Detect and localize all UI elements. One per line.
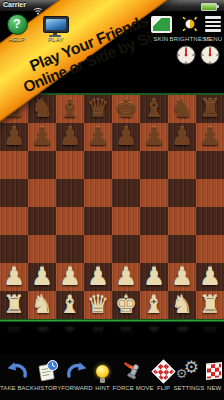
black-bishop[interactable]: ♝ xyxy=(140,95,168,122)
black-queen[interactable]: ♛ xyxy=(84,95,112,122)
square[interactable] xyxy=(168,207,196,235)
white-pawn[interactable]: ♟ xyxy=(28,263,56,290)
flip-label: FLIP xyxy=(157,385,170,391)
square[interactable]: ♚ xyxy=(112,291,140,319)
square[interactable] xyxy=(28,235,56,263)
square[interactable] xyxy=(112,179,140,207)
forward-button[interactable]: FORWARD xyxy=(61,354,92,391)
black-bishop[interactable]: ♝ xyxy=(56,95,84,122)
history-label: HISTORY xyxy=(34,385,61,391)
square[interactable] xyxy=(196,179,224,207)
bottom-toolbar: TAKE BACK HISTORY xyxy=(0,354,224,400)
square[interactable]: ♟ xyxy=(168,263,196,291)
skin-button-label: SKIN xyxy=(154,36,169,42)
square[interactable] xyxy=(112,151,140,179)
brightness-icon xyxy=(180,13,200,35)
chess-app-screen: Carrier Play Your Friends Online or Side… xyxy=(0,0,224,400)
square[interactable]: ♟ xyxy=(28,263,56,291)
skin-icon xyxy=(151,16,172,33)
white-bishop[interactable]: ♝ xyxy=(140,291,168,318)
square[interactable] xyxy=(84,179,112,207)
carrier-label: Carrier xyxy=(3,1,26,8)
white-bishop[interactable]: ♝ xyxy=(56,291,84,318)
square[interactable] xyxy=(140,235,168,263)
black-clock-icon[interactable] xyxy=(200,45,220,65)
square[interactable] xyxy=(0,151,28,179)
force-move-button[interactable]: FORCE MOVE xyxy=(112,354,153,391)
square[interactable]: ♜ xyxy=(0,291,28,319)
take-back-label: TAKE BACK xyxy=(0,385,34,391)
white-pawn[interactable]: ♟ xyxy=(168,263,196,290)
square[interactable] xyxy=(112,235,140,263)
white-pawn[interactable]: ♟ xyxy=(196,263,224,290)
square[interactable]: ♟ xyxy=(140,263,168,291)
square[interactable] xyxy=(28,207,56,235)
square[interactable] xyxy=(168,179,196,207)
square[interactable]: ♟ xyxy=(196,123,224,151)
take-back-button[interactable]: TAKE BACK xyxy=(0,354,34,391)
square[interactable]: ♝ xyxy=(56,291,84,319)
square[interactable]: ♚ xyxy=(112,95,140,123)
menu-button[interactable]: MENU xyxy=(202,13,224,46)
black-pawn[interactable]: ♟ xyxy=(56,123,84,150)
square[interactable] xyxy=(28,179,56,207)
square[interactable]: ♟ xyxy=(168,123,196,151)
play-button[interactable]: PLAY xyxy=(40,13,72,46)
black-pawn[interactable]: ♟ xyxy=(0,123,28,150)
gears-icon: ⚙⚙ xyxy=(176,359,202,383)
new-label: NEW xyxy=(207,385,221,391)
square[interactable]: ♟ xyxy=(28,123,56,151)
square[interactable] xyxy=(196,151,224,179)
square[interactable] xyxy=(140,207,168,235)
history-button[interactable]: HISTORY xyxy=(34,354,61,391)
square[interactable]: ♟ xyxy=(140,123,168,151)
settings-label: SETTINGS xyxy=(173,385,204,391)
square[interactable]: ♝ xyxy=(56,95,84,123)
square[interactable] xyxy=(28,151,56,179)
white-pawn[interactable]: ♟ xyxy=(140,263,168,290)
force-move-label: FORCE MOVE xyxy=(112,385,153,391)
square[interactable] xyxy=(168,235,196,263)
settings-button[interactable]: ⚙⚙ SETTINGS xyxy=(173,354,204,391)
white-pawn[interactable]: ♟ xyxy=(84,263,112,290)
square[interactable]: ♟ xyxy=(0,263,28,291)
square[interactable] xyxy=(56,207,84,235)
flip-button[interactable]: FLIP xyxy=(154,354,174,391)
square[interactable]: ♞ xyxy=(168,291,196,319)
square[interactable]: ♜ xyxy=(196,95,224,123)
board-bottom-frame-line xyxy=(0,319,224,322)
square[interactable]: ♟ xyxy=(0,123,28,151)
help-button-label: HELP xyxy=(9,36,25,42)
menu-icon xyxy=(205,16,221,32)
play-button-label: PLAY xyxy=(48,36,64,42)
black-pawn[interactable]: ♟ xyxy=(112,123,140,150)
square[interactable]: ♛ xyxy=(84,291,112,319)
black-pawn[interactable]: ♟ xyxy=(84,123,112,150)
square[interactable]: ♟ xyxy=(84,263,112,291)
redo-arrow-icon xyxy=(65,358,89,384)
monitor-icon xyxy=(43,16,69,33)
force-move-hand-icon xyxy=(121,358,145,384)
square[interactable] xyxy=(196,235,224,263)
square[interactable] xyxy=(140,179,168,207)
black-pawn[interactable]: ♟ xyxy=(168,123,196,150)
black-knight[interactable]: ♞ xyxy=(28,95,56,122)
square[interactable]: ♞ xyxy=(168,95,196,123)
white-queen[interactable]: ♛ xyxy=(84,291,112,318)
square[interactable]: ♜ xyxy=(196,291,224,319)
hint-label: HINT xyxy=(95,385,109,391)
square[interactable] xyxy=(84,235,112,263)
white-pawn[interactable]: ♟ xyxy=(112,263,140,290)
square[interactable]: ♞ xyxy=(28,291,56,319)
square[interactable] xyxy=(84,207,112,235)
forward-label: FORWARD xyxy=(61,385,92,391)
square[interactable]: ♛ xyxy=(84,95,112,123)
square[interactable]: ♝ xyxy=(140,95,168,123)
black-pawn[interactable]: ♟ xyxy=(28,123,56,150)
black-king[interactable]: ♚ xyxy=(112,95,140,122)
square[interactable] xyxy=(56,179,84,207)
black-pawn[interactable]: ♟ xyxy=(196,123,224,150)
square[interactable]: ♝ xyxy=(140,291,168,319)
black-rook[interactable]: ♜ xyxy=(196,95,224,122)
black-pawn[interactable]: ♟ xyxy=(140,123,168,150)
square[interactable]: ♟ xyxy=(196,263,224,291)
square[interactable] xyxy=(0,235,28,263)
square[interactable]: ♟ xyxy=(112,123,140,151)
hint-button[interactable]: HINT xyxy=(93,354,113,391)
square[interactable]: ♟ xyxy=(56,123,84,151)
square[interactable] xyxy=(56,151,84,179)
new-game-button[interactable]: NEW xyxy=(204,354,224,391)
square[interactable] xyxy=(168,151,196,179)
square[interactable]: ♟ xyxy=(112,263,140,291)
new-game-checkerboard-icon xyxy=(206,362,222,380)
board-reflection: ♜♞♝♛♚♝♞♜ xyxy=(0,322,224,335)
white-rook[interactable]: ♜ xyxy=(0,291,28,318)
square[interactable]: ♟ xyxy=(56,263,84,291)
square[interactable] xyxy=(196,207,224,235)
flip-board-icon xyxy=(152,359,176,383)
white-pawn[interactable]: ♟ xyxy=(56,263,84,290)
wifi-icon xyxy=(33,1,43,19)
square[interactable] xyxy=(140,151,168,179)
help-icon: ? xyxy=(7,14,28,35)
menu-button-label: MENU xyxy=(204,36,222,42)
white-clock-icon[interactable] xyxy=(176,45,196,65)
undo-arrow-icon xyxy=(5,358,29,384)
white-knight[interactable]: ♞ xyxy=(28,291,56,318)
chess-clocks xyxy=(176,45,220,65)
square[interactable]: ♟ xyxy=(84,123,112,151)
white-knight[interactable]: ♞ xyxy=(168,291,196,318)
square[interactable] xyxy=(0,179,28,207)
square[interactable] xyxy=(0,207,28,235)
square[interactable] xyxy=(56,235,84,263)
history-note-icon xyxy=(36,358,60,384)
black-knight[interactable]: ♞ xyxy=(168,95,196,122)
square[interactable]: ♞ xyxy=(28,95,56,123)
help-button[interactable]: ? HELP xyxy=(2,13,32,46)
square[interactable] xyxy=(112,207,140,235)
white-rook[interactable]: ♜ xyxy=(196,291,224,318)
chess-board[interactable]: ♜♞♝♛♚♝♞♜♟♟♟♟♟♟♟♟♟♟♟♟♟♟♟♟♜♞♝♛♚♝♞♜ xyxy=(0,95,224,319)
white-king[interactable]: ♚ xyxy=(112,291,140,318)
square[interactable] xyxy=(84,151,112,179)
white-pawn[interactable]: ♟ xyxy=(0,263,28,290)
lightbulb-icon xyxy=(96,365,109,378)
battery-icon xyxy=(201,3,217,11)
